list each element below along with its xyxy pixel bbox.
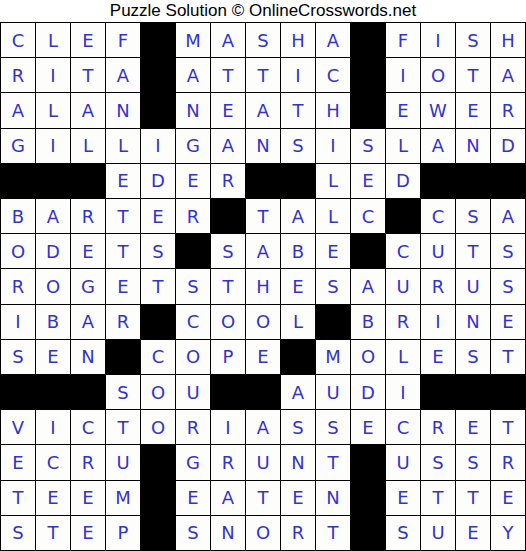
grid-cell-r1c10: A: [316, 23, 350, 57]
grid-cell-r7c8: A: [246, 234, 280, 268]
grid-cell-r10c10: M: [316, 340, 350, 374]
grid-cell-r15c10: T: [316, 516, 350, 550]
grid-cell-r13c2: C: [36, 445, 70, 479]
grid-cell-r12c13: R: [421, 410, 455, 444]
block-cell-r5c1: [1, 164, 35, 198]
grid-cell-r4c2: I: [36, 129, 70, 163]
grid-cell-r10c11: O: [351, 340, 385, 374]
grid-cell-r10c6: O: [176, 340, 210, 374]
grid-cell-r2c2: I: [36, 58, 70, 92]
grid-cell-r1c9: H: [281, 23, 315, 57]
grid-cell-r13c12: U: [386, 445, 420, 479]
grid-cell-r5c5: D: [141, 164, 175, 198]
block-cell-r11c7: [211, 375, 245, 409]
grid-cell-r8c15: S: [491, 269, 525, 303]
grid-cell-r7c2: D: [36, 234, 70, 268]
grid-cell-r3c13: W: [421, 93, 455, 127]
block-cell-r5c14: [456, 164, 490, 198]
grid-cell-r10c2: E: [36, 340, 70, 374]
grid-cell-r1c15: H: [491, 23, 525, 57]
grid-cell-r12c8: A: [246, 410, 280, 444]
grid-cell-r11c12: I: [386, 375, 420, 409]
grid-cell-r7c12: C: [386, 234, 420, 268]
grid-cell-r15c2: T: [36, 516, 70, 550]
grid-cell-r14c4: M: [106, 481, 140, 515]
grid-cell-r14c9: E: [281, 481, 315, 515]
grid-cell-r10c8: E: [246, 340, 280, 374]
grid-cell-r3c10: H: [316, 93, 350, 127]
grid-cell-r2c9: I: [281, 58, 315, 92]
grid-cell-r14c10: N: [316, 481, 350, 515]
grid-cell-r1c1: C: [1, 23, 35, 57]
grid-cell-r4c15: D: [491, 129, 525, 163]
grid-cell-r1c2: L: [36, 23, 70, 57]
grid-cell-r8c9: E: [281, 269, 315, 303]
grid-cell-r9c6: C: [176, 305, 210, 339]
grid-cell-r14c6: E: [176, 481, 210, 515]
grid-cell-r15c1: S: [1, 516, 35, 550]
grid-cell-r13c4: U: [106, 445, 140, 479]
grid-cell-r12c11: E: [351, 410, 385, 444]
grid-cell-r2c15: A: [491, 58, 525, 92]
block-cell-r2c11: [351, 58, 385, 92]
grid-cell-r7c1: O: [1, 234, 35, 268]
block-cell-r6c12: [386, 199, 420, 233]
page-title: Puzzle Solution © OnlineCrosswords.net: [0, 0, 526, 22]
grid-cell-r8c14: U: [456, 269, 490, 303]
grid-cell-r4c7: A: [211, 129, 245, 163]
grid-cell-r12c5: O: [141, 410, 175, 444]
block-cell-r9c5: [141, 305, 175, 339]
grid-cell-r13c1: E: [1, 445, 35, 479]
grid-cell-r9c14: N: [456, 305, 490, 339]
grid-cell-r13c7: R: [211, 445, 245, 479]
block-cell-r5c13: [421, 164, 455, 198]
block-cell-r15c11: [351, 516, 385, 550]
grid-cell-r15c15: Y: [491, 516, 525, 550]
grid-cell-r4c13: A: [421, 129, 455, 163]
grid-cell-r12c2: I: [36, 410, 70, 444]
grid-cell-r9c12: R: [386, 305, 420, 339]
block-cell-r6c7: [211, 199, 245, 233]
block-cell-r11c13: [421, 375, 455, 409]
block-cell-r7c6: [176, 234, 210, 268]
block-cell-r10c4: [106, 340, 140, 374]
grid-cell-r6c3: R: [71, 199, 105, 233]
grid-cell-r14c7: A: [211, 481, 245, 515]
grid-cell-r12c14: E: [456, 410, 490, 444]
grid-cell-r3c9: T: [281, 93, 315, 127]
block-cell-r1c5: [141, 23, 175, 57]
grid-cell-r8c8: H: [246, 269, 280, 303]
grid-cell-r7c3: E: [71, 234, 105, 268]
grid-cell-r1c12: F: [386, 23, 420, 57]
grid-cell-r6c2: A: [36, 199, 70, 233]
block-cell-r7c11: [351, 234, 385, 268]
grid-cell-r14c15: E: [491, 481, 525, 515]
grid-cell-r3c4: N: [106, 93, 140, 127]
grid-cell-r10c1: S: [1, 340, 35, 374]
grid-cell-r10c7: P: [211, 340, 245, 374]
grid-cell-r15c8: O: [246, 516, 280, 550]
grid-cell-r9c15: E: [491, 305, 525, 339]
grid-cell-r12c7: I: [211, 410, 245, 444]
grid-cell-r3c12: E: [386, 93, 420, 127]
grid-cell-r6c15: A: [491, 199, 525, 233]
grid-cell-r11c10: U: [316, 375, 350, 409]
grid-cell-r6c10: L: [316, 199, 350, 233]
grid-cell-r8c6: S: [176, 269, 210, 303]
grid-cell-r8c11: A: [351, 269, 385, 303]
grid-cell-r6c14: S: [456, 199, 490, 233]
grid-cell-r15c4: P: [106, 516, 140, 550]
block-cell-r11c3: [71, 375, 105, 409]
grid-cell-r8c4: E: [106, 269, 140, 303]
grid-cell-r7c5: S: [141, 234, 175, 268]
grid-cell-r7c7: S: [211, 234, 245, 268]
grid-cell-r2c14: T: [456, 58, 490, 92]
grid-cell-r12c9: S: [281, 410, 315, 444]
grid-cell-r2c1: R: [1, 58, 35, 92]
block-cell-r1c11: [351, 23, 385, 57]
grid-cell-r12c12: C: [386, 410, 420, 444]
grid-cell-r8c12: U: [386, 269, 420, 303]
grid-cell-r9c7: O: [211, 305, 245, 339]
grid-cell-r9c1: I: [1, 305, 35, 339]
grid-cell-r4c5: I: [141, 129, 175, 163]
block-cell-r3c11: [351, 93, 385, 127]
block-cell-r14c5: [141, 481, 175, 515]
grid-cell-r12c15: T: [491, 410, 525, 444]
grid-cell-r14c12: E: [386, 481, 420, 515]
grid-cell-r5c4: E: [106, 164, 140, 198]
grid-cell-r9c3: A: [71, 305, 105, 339]
grid-cell-r10c15: T: [491, 340, 525, 374]
grid-cell-r12c1: V: [1, 410, 35, 444]
grid-cell-r8c2: O: [36, 269, 70, 303]
grid-cell-r6c13: C: [421, 199, 455, 233]
grid-cell-r4c10: I: [316, 129, 350, 163]
grid-cell-r15c6: S: [176, 516, 210, 550]
grid-cell-r3c6: N: [176, 93, 210, 127]
grid-cell-r7c15: S: [491, 234, 525, 268]
block-cell-r11c2: [36, 375, 70, 409]
grid-cell-r7c9: B: [281, 234, 315, 268]
grid-cell-r13c8: U: [246, 445, 280, 479]
block-cell-r15c5: [141, 516, 175, 550]
grid-cell-r4c9: S: [281, 129, 315, 163]
grid-cell-r1c6: M: [176, 23, 210, 57]
grid-cell-r7c13: U: [421, 234, 455, 268]
block-cell-r5c9: [281, 164, 315, 198]
block-cell-r11c8: [246, 375, 280, 409]
grid-cell-r2c6: A: [176, 58, 210, 92]
grid-cell-r10c5: C: [141, 340, 175, 374]
block-cell-r5c3: [71, 164, 105, 198]
grid-cell-r2c3: T: [71, 58, 105, 92]
grid-cell-r12c3: C: [71, 410, 105, 444]
grid-cell-r4c8: N: [246, 129, 280, 163]
grid-cell-r14c1: T: [1, 481, 35, 515]
grid-cell-r13c9: N: [281, 445, 315, 479]
grid-cell-r4c12: L: [386, 129, 420, 163]
grid-cell-r14c8: T: [246, 481, 280, 515]
grid-cell-r4c1: G: [1, 129, 35, 163]
grid-cell-r1c3: E: [71, 23, 105, 57]
grid-cell-r8c7: T: [211, 269, 245, 303]
grid-cell-r13c14: S: [456, 445, 490, 479]
grid-cell-r6c6: R: [176, 199, 210, 233]
grid-cell-r5c6: E: [176, 164, 210, 198]
grid-cell-r2c12: I: [386, 58, 420, 92]
grid-cell-r12c10: S: [316, 410, 350, 444]
grid-cell-r2c4: A: [106, 58, 140, 92]
grid-cell-r3c2: L: [36, 93, 70, 127]
block-cell-r3c5: [141, 93, 175, 127]
grid-cell-r11c4: S: [106, 375, 140, 409]
grid-cell-r5c12: D: [386, 164, 420, 198]
grid-cell-r8c10: S: [316, 269, 350, 303]
grid-cell-r1c8: S: [246, 23, 280, 57]
grid-cell-r15c13: U: [421, 516, 455, 550]
grid-cell-r8c13: R: [421, 269, 455, 303]
grid-cell-r8c1: R: [1, 269, 35, 303]
grid-cell-r11c11: D: [351, 375, 385, 409]
grid-cell-r2c8: T: [246, 58, 280, 92]
grid-cell-r3c7: E: [211, 93, 245, 127]
grid-cell-r2c7: T: [211, 58, 245, 92]
grid-cell-r13c13: S: [421, 445, 455, 479]
block-cell-r2c5: [141, 58, 175, 92]
grid-cell-r6c11: C: [351, 199, 385, 233]
block-cell-r13c5: [141, 445, 175, 479]
grid-cell-r13c3: R: [71, 445, 105, 479]
grid-cell-r6c1: B: [1, 199, 35, 233]
grid-cell-r7c4: T: [106, 234, 140, 268]
grid-cell-r3c3: A: [71, 93, 105, 127]
grid-cell-r1c13: I: [421, 23, 455, 57]
grid-cell-r10c3: N: [71, 340, 105, 374]
grid-cell-r11c5: O: [141, 375, 175, 409]
grid-cell-r10c13: E: [421, 340, 455, 374]
grid-cell-r4c6: G: [176, 129, 210, 163]
grid-cell-r8c5: T: [141, 269, 175, 303]
block-cell-r14c11: [351, 481, 385, 515]
grid-cell-r5c7: R: [211, 164, 245, 198]
grid-cell-r6c4: T: [106, 199, 140, 233]
grid-cell-r14c2: E: [36, 481, 70, 515]
grid-cell-r14c14: T: [456, 481, 490, 515]
grid-cell-r7c14: T: [456, 234, 490, 268]
grid-cell-r9c11: B: [351, 305, 385, 339]
grid-cell-r4c11: S: [351, 129, 385, 163]
grid-cell-r2c10: C: [316, 58, 350, 92]
grid-cell-r14c13: T: [421, 481, 455, 515]
block-cell-r5c15: [491, 164, 525, 198]
grid-cell-r3c14: E: [456, 93, 490, 127]
grid-cell-r4c3: L: [71, 129, 105, 163]
grid-cell-r1c4: F: [106, 23, 140, 57]
grid-cell-r15c14: E: [456, 516, 490, 550]
grid-cell-r1c7: A: [211, 23, 245, 57]
grid-cell-r3c1: A: [1, 93, 35, 127]
grid-cell-r15c12: S: [386, 516, 420, 550]
block-cell-r11c15: [491, 375, 525, 409]
grid-cell-r9c2: B: [36, 305, 70, 339]
grid-cell-r14c3: E: [71, 481, 105, 515]
grid-cell-r13c15: R: [491, 445, 525, 479]
grid-cell-r12c4: T: [106, 410, 140, 444]
grid-cell-r9c13: I: [421, 305, 455, 339]
grid-cell-r6c5: E: [141, 199, 175, 233]
grid-cell-r8c3: G: [71, 269, 105, 303]
grid-cell-r15c3: E: [71, 516, 105, 550]
block-cell-r11c14: [456, 375, 490, 409]
grid-cell-r15c9: R: [281, 516, 315, 550]
grid-cell-r3c15: R: [491, 93, 525, 127]
grid-cell-r7c10: E: [316, 234, 350, 268]
block-cell-r13c11: [351, 445, 385, 479]
grid-cell-r11c6: U: [176, 375, 210, 409]
grid-cell-r9c8: O: [246, 305, 280, 339]
grid-cell-r2c13: O: [421, 58, 455, 92]
block-cell-r9c10: [316, 305, 350, 339]
grid-cell-r12c6: R: [176, 410, 210, 444]
grid-cell-r10c12: L: [386, 340, 420, 374]
block-cell-r5c2: [36, 164, 70, 198]
grid-cell-r5c10: L: [316, 164, 350, 198]
grid-cell-r9c4: R: [106, 305, 140, 339]
crossword-solution-page: Puzzle Solution © OnlineCrosswords.net C…: [0, 0, 526, 551]
grid-cell-r4c4: L: [106, 129, 140, 163]
block-cell-r10c9: [281, 340, 315, 374]
grid-cell-r6c8: T: [246, 199, 280, 233]
grid-cell-r1c14: S: [456, 23, 490, 57]
grid-cell-r15c7: N: [211, 516, 245, 550]
grid-cell-r11c9: A: [281, 375, 315, 409]
grid-cell-r13c6: G: [176, 445, 210, 479]
grid-cell-r6c9: A: [281, 199, 315, 233]
grid-cell-r10c14: S: [456, 340, 490, 374]
grid-cell-r9c9: L: [281, 305, 315, 339]
grid-cell-r5c11: E: [351, 164, 385, 198]
crossword-grid: CLEFMASHAFISHRITAATTICIOTAALANNEATHEWERG…: [0, 22, 526, 551]
block-cell-r11c1: [1, 375, 35, 409]
grid-cell-r13c10: T: [316, 445, 350, 479]
grid-cell-r3c8: A: [246, 93, 280, 127]
grid-cell-r4c14: N: [456, 129, 490, 163]
block-cell-r5c8: [246, 164, 280, 198]
